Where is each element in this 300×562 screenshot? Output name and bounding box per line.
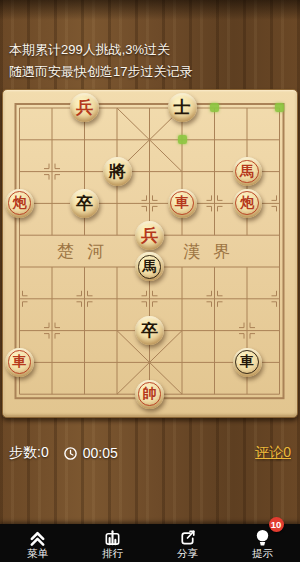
hint-count-badge: 10	[269, 517, 284, 532]
piece-red-兵[interactable]: 兵	[135, 221, 164, 250]
app-screen: 本期累计299人挑战,3%过关 随遇而安最快创造17步过关记录 楚河 漢界 兵士…	[0, 0, 300, 562]
nav-ranking-button[interactable]: 排行	[75, 524, 150, 562]
piece-black-士[interactable]: 士	[168, 93, 197, 122]
nav-hint-label-menu: 分享	[177, 548, 198, 559]
piece-black-車[interactable]: 車	[233, 348, 262, 377]
piece-black-卒[interactable]: 卒	[135, 316, 164, 345]
nav-hint-button[interactable]: 提示 10	[225, 524, 300, 562]
piece-red-炮[interactable]: 炮	[5, 189, 34, 218]
elapsed-time: 00:05	[83, 445, 118, 461]
last-move-marker	[210, 103, 219, 112]
status-bar: 步数:0 00:05 评论0	[9, 441, 291, 465]
hint-lightbulb-icon	[253, 528, 272, 547]
last-move-marker	[178, 135, 187, 144]
nav-menu-label: 菜单	[27, 548, 48, 559]
nav-menu-button[interactable]: 菜单	[0, 524, 75, 562]
piece-red-炮[interactable]: 炮	[233, 189, 262, 218]
share-icon	[178, 528, 197, 547]
top-info: 本期累计299人挑战,3%过关 随遇而安最快创造17步过关记录	[9, 39, 291, 83]
nav-hint-label: 提示	[252, 548, 273, 559]
xiangqi-board[interactable]: 楚河 漢界 兵士將馬炮卒車炮兵馬卒車車帥	[2, 89, 298, 418]
record-holder-text: 随遇而安最快创造17步过关记录	[9, 61, 291, 83]
piece-black-將[interactable]: 將	[103, 157, 132, 186]
clock-icon	[63, 446, 78, 461]
nav-share-button[interactable]: 分享	[150, 524, 225, 562]
piece-red-帥[interactable]: 帥	[135, 380, 164, 409]
comments-link[interactable]: 评论0	[255, 444, 291, 462]
last-move-marker	[275, 103, 284, 112]
menu-double-chevron-up-icon	[28, 528, 47, 547]
piece-red-車[interactable]: 車	[168, 189, 197, 218]
pieces-grid: 兵士將馬炮卒車炮兵馬卒車車帥	[3, 92, 296, 410]
challenge-stats-text: 本期累计299人挑战,3%过关	[9, 39, 291, 61]
ranking-bar-chart-icon	[103, 528, 122, 547]
bottom-nav: 菜单 排行 分享 提示 10	[0, 524, 300, 562]
piece-red-馬[interactable]: 馬	[233, 157, 262, 186]
piece-black-卒[interactable]: 卒	[70, 189, 99, 218]
piece-red-車[interactable]: 車	[5, 348, 34, 377]
nav-ranking-label: 排行	[102, 548, 123, 559]
piece-black-馬[interactable]: 馬	[135, 252, 164, 281]
piece-red-兵[interactable]: 兵	[70, 93, 99, 122]
move-counter: 步数:0	[9, 444, 49, 462]
